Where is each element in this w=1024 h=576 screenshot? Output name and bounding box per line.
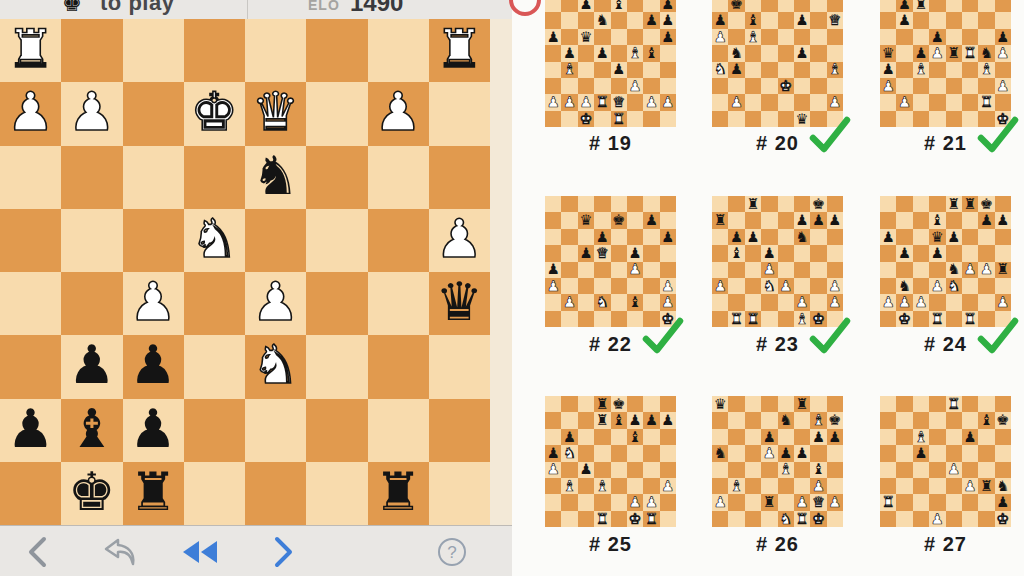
white-rook: ♜ (436, 22, 484, 75)
square[interactable]: ♛ (429, 272, 490, 335)
square (946, 94, 962, 110)
square (643, 78, 659, 94)
puzzle-thumbnail-27[interactable]: ♜♝♚♝♟♟♟♟♜♞♜♟♟♚ (880, 396, 1011, 527)
square: ♟ (627, 412, 643, 428)
black-pawn: ♟ (612, 62, 625, 77)
square (728, 212, 744, 228)
square: ♟ (794, 294, 810, 310)
square (913, 94, 929, 110)
square (745, 462, 761, 478)
square (643, 196, 659, 212)
square (962, 494, 978, 510)
white-pawn: ♟ (931, 46, 944, 61)
black-pawn: ♟ (68, 338, 116, 391)
square (880, 111, 896, 127)
square: ♝ (810, 462, 826, 478)
square[interactable] (0, 462, 61, 525)
puzzle-thumbnail-20[interactable]: ♚♟♝♟♛♟♝♞♟♞♟♝♚♟♟♛ (712, 0, 843, 127)
square (643, 62, 659, 78)
square[interactable] (306, 82, 367, 145)
square[interactable]: ♚ (184, 82, 245, 145)
white-queen: ♛ (596, 246, 609, 261)
square[interactable] (306, 462, 367, 525)
square: ♟ (594, 229, 610, 245)
square: ♝ (778, 462, 794, 478)
square (745, 262, 761, 278)
square (794, 478, 810, 494)
square: ♜ (946, 45, 962, 61)
rewind-icon (181, 540, 219, 564)
square (745, 396, 761, 412)
square (827, 78, 843, 94)
black-king: ♚ (996, 413, 1009, 428)
square: ♟ (627, 262, 643, 278)
white-bishop: ♝ (914, 62, 927, 77)
square (728, 294, 744, 310)
square (561, 111, 577, 127)
square (660, 429, 676, 445)
square (810, 12, 826, 28)
white-pawn: ♟ (996, 295, 1009, 310)
square (545, 12, 561, 28)
square (712, 294, 728, 310)
square (545, 294, 561, 310)
square[interactable] (429, 399, 490, 462)
square: ♟ (929, 511, 945, 527)
white-rook: ♜ (947, 397, 960, 412)
square: ♜ (594, 94, 610, 110)
square[interactable] (123, 19, 184, 82)
square (946, 429, 962, 445)
square (962, 12, 978, 28)
square (611, 511, 627, 527)
square (896, 229, 912, 245)
square: ♞ (594, 294, 610, 310)
puzzle-number-label: # 26 (756, 533, 799, 555)
square (561, 511, 577, 527)
square (794, 412, 810, 428)
square: ♟ (611, 62, 627, 78)
square: ♟ (913, 45, 929, 61)
puzzle-thumbnail-19[interactable]: ♟♝♟♞♟♟♟♛♟♟♟♝♝♝♟♟♟♟♟♜♛♟♟♚♜ (545, 0, 676, 127)
square (978, 445, 994, 461)
toolbar: ? (0, 525, 512, 576)
square[interactable]: ♞ (184, 209, 245, 272)
square (794, 62, 810, 78)
square[interactable] (429, 146, 490, 209)
square (896, 111, 912, 127)
square[interactable] (429, 335, 490, 398)
square: ♛ (810, 494, 826, 510)
square (761, 412, 777, 428)
undo-button[interactable] (103, 537, 139, 570)
help-button[interactable]: ? (436, 536, 468, 571)
square: ♟ (794, 445, 810, 461)
square (611, 29, 627, 45)
square[interactable]: ♟ (368, 82, 429, 145)
square[interactable]: ♟ (123, 335, 184, 398)
square (794, 262, 810, 278)
square: ♜ (794, 511, 810, 527)
square: ♟ (794, 494, 810, 510)
black-pawn: ♟ (129, 402, 177, 455)
white-rook: ♜ (980, 95, 993, 110)
square[interactable] (368, 335, 429, 398)
white-pawn: ♟ (812, 479, 825, 494)
square (728, 511, 744, 527)
white-pawn: ♟ (763, 262, 776, 277)
square (561, 462, 577, 478)
square: ♟ (995, 212, 1011, 228)
black-pawn: ♟ (763, 430, 776, 445)
square (761, 294, 777, 310)
square: ♟ (761, 245, 777, 261)
square[interactable]: ♚ (61, 462, 122, 525)
square[interactable] (123, 146, 184, 209)
puzzle-label-row: # 19 (545, 132, 676, 158)
square: ♟ (643, 412, 659, 428)
square (578, 445, 594, 461)
square[interactable] (184, 462, 245, 525)
white-queen: ♛ (828, 13, 841, 28)
square: ♞ (594, 12, 610, 28)
square[interactable]: ♝ (61, 399, 122, 462)
square (594, 212, 610, 228)
square (660, 445, 676, 461)
puzzle-number-label: # 22 (589, 333, 632, 355)
square[interactable] (123, 209, 184, 272)
puzzle-thumbnail-25[interactable]: ♜♚♜♝♟♟♟♟♝♟♞♟♟♝♝♟♟♟♜♚♜ (545, 396, 676, 527)
square (896, 445, 912, 461)
white-bishop: ♝ (779, 462, 792, 477)
square: ♟ (896, 294, 912, 310)
square: ♝ (810, 412, 826, 428)
square: ♟ (660, 0, 676, 12)
black-pawn: ♟ (645, 413, 658, 428)
square (913, 412, 929, 428)
square (978, 278, 994, 294)
square: ♝ (929, 212, 945, 228)
square: ♝ (728, 478, 744, 494)
square (594, 311, 610, 327)
square (594, 429, 610, 445)
square[interactable]: ♟ (0, 82, 61, 145)
square (712, 0, 728, 12)
black-bishop: ♝ (980, 413, 993, 428)
square: ♟ (561, 294, 577, 310)
square (545, 396, 561, 412)
square: ♟ (745, 229, 761, 245)
back-button[interactable] (25, 536, 51, 571)
square: ♛ (827, 12, 843, 28)
square[interactable]: ♟ (0, 399, 61, 462)
white-queen: ♛ (812, 495, 825, 510)
square (761, 478, 777, 494)
square[interactable] (184, 399, 245, 462)
square (896, 478, 912, 494)
white-bishop: ♝ (828, 62, 841, 77)
black-pawn: ♟ (661, 13, 674, 28)
square: ♟ (643, 94, 659, 110)
white-pawn: ♟ (661, 279, 674, 294)
square (561, 278, 577, 294)
square: ♚ (810, 196, 826, 212)
square[interactable]: ♜ (0, 19, 61, 82)
square (913, 245, 929, 261)
square[interactable] (0, 209, 61, 272)
square (778, 396, 794, 412)
square[interactable]: ♟ (429, 209, 490, 272)
puzzle-thumbnail-26[interactable]: ♛♜♞♝♚♟♟♟♞♟♟♟♝♝♝♟♟♜♟♛♟♞♜♚ (712, 396, 843, 527)
square[interactable] (61, 209, 122, 272)
puzzle-thumbnail-24[interactable]: ♜♜♚♝♟♟♟♛♟♟♟♞♟♟♜♞♟♞♟♟♟♟♚♜♜ (880, 196, 1011, 327)
square[interactable] (0, 272, 61, 335)
white-rook: ♜ (7, 22, 55, 75)
square (761, 196, 777, 212)
square: ♟ (896, 245, 912, 261)
square (728, 462, 744, 478)
square (745, 494, 761, 510)
square[interactable] (368, 272, 429, 335)
square[interactable] (245, 209, 306, 272)
square[interactable]: ♜ (123, 462, 184, 525)
square (545, 78, 561, 94)
square: ♝ (913, 62, 929, 78)
black-queen: ♛ (436, 275, 484, 328)
black-pawn: ♟ (882, 230, 895, 245)
square[interactable] (306, 19, 367, 82)
square: ♜ (929, 311, 945, 327)
forward-button[interactable] (270, 536, 296, 571)
puzzle-label-row: # 21 (880, 132, 1011, 158)
square (578, 278, 594, 294)
white-rook: ♜ (730, 312, 743, 327)
square (978, 396, 994, 412)
rewind-button[interactable] (181, 540, 219, 567)
black-bishop: ♝ (68, 402, 116, 455)
square[interactable]: ♜ (368, 462, 429, 525)
square[interactable] (306, 399, 367, 462)
square: ♟ (929, 245, 945, 261)
black-pawn: ♟ (980, 213, 993, 228)
square (929, 478, 945, 494)
black-rook: ♜ (596, 413, 609, 428)
black-pawn: ♟ (547, 262, 560, 277)
square: ♜ (913, 0, 929, 12)
square[interactable] (245, 19, 306, 82)
white-rook: ♜ (964, 46, 977, 61)
square (929, 196, 945, 212)
square (913, 262, 929, 278)
square (896, 62, 912, 78)
square (794, 0, 810, 12)
white-queen: ♛ (252, 85, 300, 138)
square (761, 29, 777, 45)
square (778, 245, 794, 261)
square: ♟ (761, 262, 777, 278)
square[interactable] (61, 272, 122, 335)
square (660, 494, 676, 510)
square[interactable] (306, 272, 367, 335)
square[interactable] (306, 335, 367, 398)
square[interactable] (184, 19, 245, 82)
square (880, 478, 896, 494)
square (578, 494, 594, 510)
square[interactable]: ♜ (429, 19, 490, 82)
square (913, 111, 929, 127)
white-pawn: ♟ (828, 495, 841, 510)
square (712, 429, 728, 445)
square (778, 45, 794, 61)
square (627, 229, 643, 245)
white-knight: ♞ (596, 295, 609, 310)
square[interactable] (245, 399, 306, 462)
square (627, 278, 643, 294)
square[interactable] (184, 335, 245, 398)
chevron-left-icon (25, 536, 51, 568)
square (810, 278, 826, 294)
square[interactable] (368, 19, 429, 82)
square (545, 412, 561, 428)
black-pawn: ♟ (996, 30, 1009, 45)
square[interactable] (61, 19, 122, 82)
square[interactable]: ♞ (245, 335, 306, 398)
square (880, 212, 896, 228)
square: ♚ (611, 212, 627, 228)
square[interactable]: ♟ (61, 82, 122, 145)
square (810, 62, 826, 78)
white-pawn: ♟ (7, 85, 55, 138)
square (578, 311, 594, 327)
square (810, 445, 826, 461)
square (946, 12, 962, 28)
square[interactable] (61, 146, 122, 209)
square (880, 12, 896, 28)
black-rook: ♜ (746, 197, 759, 212)
square: ♟ (896, 94, 912, 110)
square: ♟ (712, 494, 728, 510)
square (627, 445, 643, 461)
square[interactable] (245, 462, 306, 525)
square (578, 478, 594, 494)
square (578, 196, 594, 212)
square: ♞ (761, 278, 777, 294)
square (578, 78, 594, 94)
square[interactable] (0, 335, 61, 398)
square (810, 294, 826, 310)
square[interactable] (306, 146, 367, 209)
main-board[interactable]: ♜♜♟♟♚♛♟♞♞♟♟♟♛♟♟♞♟♝♟♚♜♜ (0, 19, 490, 525)
solved-check-icon (808, 317, 852, 355)
square (712, 245, 728, 261)
square (594, 111, 610, 127)
black-pawn: ♟ (796, 213, 809, 228)
white-knight: ♞ (191, 212, 239, 265)
square (545, 311, 561, 327)
square[interactable] (429, 462, 490, 525)
black-pawn: ♟ (730, 62, 743, 77)
white-pawn: ♟ (579, 95, 592, 110)
square[interactable]: ♟ (123, 272, 184, 335)
square[interactable]: ♛ (245, 82, 306, 145)
white-pawn: ♟ (931, 279, 944, 294)
square (643, 29, 659, 45)
square[interactable]: ♟ (123, 399, 184, 462)
square (728, 429, 744, 445)
square[interactable] (184, 146, 245, 209)
black-king: ♚ (612, 397, 625, 412)
board-margin (490, 19, 512, 525)
square (643, 462, 659, 478)
square (794, 462, 810, 478)
white-knight: ♞ (947, 279, 960, 294)
square (827, 29, 843, 45)
square: ♝ (611, 0, 627, 12)
square: ♜ (995, 262, 1011, 278)
white-bishop: ♝ (563, 62, 576, 77)
puzzle-number-label: # 24 (924, 333, 967, 355)
black-pawn: ♟ (661, 0, 674, 11)
square[interactable] (368, 209, 429, 272)
square (929, 12, 945, 28)
white-pawn: ♟ (947, 462, 960, 477)
square[interactable]: ♟ (61, 335, 122, 398)
square[interactable]: ♞ (245, 146, 306, 209)
square: ♟ (978, 212, 994, 228)
square[interactable] (306, 209, 367, 272)
square[interactable] (184, 272, 245, 335)
square: ♟ (561, 45, 577, 61)
square: ♟ (660, 412, 676, 428)
square (896, 212, 912, 228)
square (660, 78, 676, 94)
square (778, 62, 794, 78)
square (929, 94, 945, 110)
square: ♞ (712, 445, 728, 461)
square (946, 212, 962, 228)
square: ♟ (561, 429, 577, 445)
puzzle-label-row: # 23 (712, 333, 843, 359)
square: ♜ (962, 196, 978, 212)
black-knight: ♞ (730, 46, 743, 61)
puzzle-thumbnail-21[interactable]: ♟♜♟♟♟♛♟♟♜♜♞♟♟♝♝♟♟♟♜♚ (880, 0, 1011, 127)
square: ♝ (745, 12, 761, 28)
square[interactable]: ♟ (245, 272, 306, 335)
square (827, 45, 843, 61)
puzzle-thumbnail-23[interactable]: ♜♚♜♟♟♟♟♟♞♝♟♟♟♞♟♟♟♟♜♜♝♚ (712, 196, 843, 327)
white-king: ♚ (191, 85, 239, 138)
puzzle-thumbnail-22[interactable]: ♛♚♟♟♟♟♛♟♟♟♟♟♟♞♝♟♚ (545, 196, 676, 327)
square (978, 0, 994, 12)
square[interactable] (429, 82, 490, 145)
square (643, 229, 659, 245)
square (929, 111, 945, 127)
square[interactable] (368, 146, 429, 209)
black-king: ♚ (828, 413, 841, 428)
square (627, 94, 643, 110)
square[interactable] (368, 399, 429, 462)
square: ♝ (913, 429, 929, 445)
square (745, 278, 761, 294)
square[interactable] (0, 146, 61, 209)
square[interactable] (123, 82, 184, 145)
square (810, 0, 826, 12)
square (962, 0, 978, 12)
square (778, 478, 794, 494)
square (810, 396, 826, 412)
square (995, 396, 1011, 412)
white-king: ♚ (996, 512, 1009, 527)
